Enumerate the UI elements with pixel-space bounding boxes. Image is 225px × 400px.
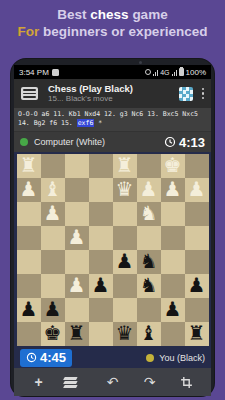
signal-icon-2 [172,69,178,76]
square-a6[interactable]: ♟ [185,274,209,298]
piece-bN: ♞ [140,273,158,297]
square-c6[interactable]: ♞ [137,274,161,298]
square-e7[interactable] [89,298,113,322]
black-status-dot [146,354,154,362]
square-c3[interactable]: ♞ [137,202,161,226]
piece-wP: ♟ [68,273,86,297]
black-player-name: You (Black) [159,353,205,363]
menu-button[interactable] [21,87,38,100]
app-bar: Chess (Play Black) 15... Black's move [14,79,211,108]
redo-button[interactable]: ↷ [138,375,162,389]
overflow-menu-button[interactable] [202,88,205,100]
chess-board: ♜♜♚♟♝♛♟♟♟♟♞♟♟♞♟♟♞♟♟♟♟♚♜♛♝♜ [17,154,209,346]
piece-bP: ♟ [188,273,206,297]
square-h5[interactable] [17,250,41,274]
square-b4[interactable] [161,226,185,250]
piece-bB: ♝ [140,321,158,345]
white-player-row: Computer (White) 4:13 [14,131,211,152]
white-status-dot [20,138,28,146]
camera-dot [139,61,142,64]
square-c4[interactable] [137,226,161,250]
square-e1[interactable] [89,154,113,178]
square-a5[interactable] [185,250,209,274]
promo-banner: Best chess game For beginners or experie… [0,6,225,40]
piece-wP: ♟ [68,225,86,249]
piece-bN: ♞ [140,249,158,273]
move-list[interactable]: O-O-O a6 11. Kb1 Nxd4 12. g3 Nc6 13. Bxc… [14,108,211,131]
square-h6[interactable] [17,274,41,298]
square-h8[interactable] [17,322,41,346]
move-list-line2: 14. Bg2 f6 15. exf6 * [18,119,207,128]
current-move-highlight: exf6 [77,119,95,127]
square-g1[interactable] [41,154,65,178]
banner-line1: Best chess game [0,6,225,23]
square-h1[interactable]: ♜ [17,154,41,178]
square-h7[interactable]: ♟ [17,298,41,322]
piece-bP: ♟ [116,249,134,273]
square-a3[interactable] [185,202,209,226]
piece-bR: ♜ [68,321,86,345]
square-h4[interactable] [17,226,41,250]
piece-bR: ♜ [188,321,206,345]
square-f1[interactable] [65,154,89,178]
square-g3[interactable]: ♟ [41,202,65,226]
square-e8[interactable] [89,322,113,346]
status-bar: 3:54 PM 4G 100% [14,65,211,79]
square-a1[interactable] [185,154,209,178]
square-b2[interactable]: ♟ [161,178,185,202]
square-f4[interactable]: ♟ [65,226,89,250]
piece-bP: ♟ [44,297,62,321]
square-d8[interactable]: ♛ [113,322,137,346]
square-d7[interactable] [113,298,137,322]
white-clock: 4:13 [164,135,205,150]
piece-wR: ♜ [116,153,134,177]
square-a4[interactable] [185,226,209,250]
piece-wP: ♟ [20,177,38,201]
square-a2[interactable]: ♟ [185,178,209,202]
black-clock-time: 4:45 [40,350,66,365]
piece-bK: ♚ [44,321,62,345]
black-player-row: 4:45 You (Black) [14,347,211,368]
piece-bP: ♟ [164,297,182,321]
square-g6[interactable] [41,274,65,298]
square-d4[interactable] [113,226,137,250]
white-clock-time: 4:13 [179,135,205,150]
square-b1[interactable]: ♚ [161,154,185,178]
square-d1[interactable]: ♜ [113,154,137,178]
board-area: ♜♜♚♟♝♛♟♟♟♟♞♟♟♞♟♟♞♟♟♟♟♚♜♛♝♜ [14,152,211,347]
piece-wK: ♚ [164,153,182,177]
piece-bP: ♟ [20,297,38,321]
square-b5[interactable] [161,250,185,274]
square-e2[interactable] [89,178,113,202]
piece-bQ: ♛ [116,321,134,345]
square-g5[interactable] [41,250,65,274]
crop-button[interactable] [175,376,199,389]
square-f2[interactable] [65,178,89,202]
layers-icon[interactable] [64,377,88,388]
square-c2[interactable]: ♟ [137,178,161,202]
square-f3[interactable] [65,202,89,226]
piece-wR: ♜ [20,153,38,177]
battery-percent: 100% [186,68,206,77]
new-game-button[interactable]: + [27,375,51,389]
board-view-button[interactable] [179,87,193,101]
piece-wN: ♞ [140,201,158,225]
data-saver-icon [145,69,151,75]
square-f6[interactable]: ♟ [65,274,89,298]
square-b3[interactable] [161,202,185,226]
piece-wQ: ♛ [116,177,134,201]
square-g4[interactable] [41,226,65,250]
square-c5[interactable]: ♞ [137,250,161,274]
square-d3[interactable] [113,202,137,226]
square-e5[interactable] [89,250,113,274]
square-f7[interactable] [65,298,89,322]
screenshot-notification-icon [52,69,59,76]
piece-wP: ♟ [188,177,206,201]
square-d2[interactable]: ♛ [113,178,137,202]
move-list-line1: O-O-O a6 11. Kb1 Nxd4 12. g3 Nc6 13. Bxc… [18,110,207,119]
banner-line2: For beginners or experienced [0,23,225,40]
square-e6[interactable]: ♟ [89,274,113,298]
move-status: 15... Black's move [48,94,133,104]
square-f5[interactable] [65,250,89,274]
phone-screen: 3:54 PM 4G 100% Chess (Play Black) 15...… [14,65,211,396]
square-b6[interactable] [161,274,185,298]
square-g8[interactable]: ♚ [41,322,65,346]
black-clock: 4:45 [20,349,72,367]
piece-wP: ♟ [164,177,182,201]
piece-bP: ♟ [92,273,110,297]
square-d5[interactable]: ♟ [113,250,137,274]
phone-frame: 3:54 PM 4G 100% Chess (Play Black) 15...… [11,59,214,396]
square-b8[interactable] [161,322,185,346]
status-time: 3:54 PM [19,68,49,77]
piece-wP: ♟ [44,201,62,225]
app-title: Chess (Play Black) [48,84,133,94]
battery-icon [179,68,184,76]
bottom-toolbar: + ↶ ↷ [14,368,211,396]
square-h3[interactable] [17,202,41,226]
square-g7[interactable]: ♟ [41,298,65,322]
square-g2[interactable]: ♝ [41,178,65,202]
square-c7[interactable] [137,298,161,322]
square-b7[interactable]: ♟ [161,298,185,322]
undo-button[interactable]: ↶ [101,375,125,389]
network-type: 4G [160,69,169,76]
piece-wB: ♝ [44,177,62,201]
square-c8[interactable]: ♝ [137,322,161,346]
clock-icon [26,352,37,363]
signal-icon-1 [153,69,159,76]
square-a7[interactable] [185,298,209,322]
piece-wP: ♟ [140,177,158,201]
square-e4[interactable] [89,226,113,250]
square-d6[interactable] [113,274,137,298]
square-e3[interactable] [89,202,113,226]
clock-icon [164,136,176,148]
square-c1[interactable] [137,154,161,178]
square-a8[interactable]: ♜ [185,322,209,346]
square-h2[interactable]: ♟ [17,178,41,202]
square-f8[interactable]: ♜ [65,322,89,346]
white-player-name: Computer (White) [34,137,105,147]
